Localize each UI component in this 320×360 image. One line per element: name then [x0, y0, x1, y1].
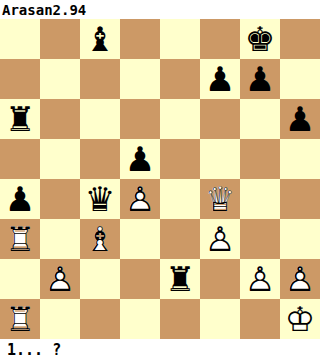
- square-f8[interactable]: [200, 19, 240, 59]
- square-b2[interactable]: ♟♙: [40, 259, 80, 299]
- square-a7[interactable]: [0, 59, 40, 99]
- square-f5[interactable]: [200, 139, 240, 179]
- square-d3[interactable]: [120, 219, 160, 259]
- white-piece-outline: ♙: [40, 259, 80, 299]
- square-e1[interactable]: [160, 299, 200, 339]
- white-queen: ♛♕: [200, 179, 240, 219]
- square-e3[interactable]: [160, 219, 200, 259]
- square-a3[interactable]: ♜♖: [0, 219, 40, 259]
- engine-title: Arasan2.94: [0, 0, 320, 19]
- black-piece-glyph: ♜: [160, 259, 200, 299]
- square-c4[interactable]: ♛: [80, 179, 120, 219]
- square-h3[interactable]: [280, 219, 320, 259]
- square-h4[interactable]: [280, 179, 320, 219]
- square-c5[interactable]: [80, 139, 120, 179]
- square-d4[interactable]: ♟♙: [120, 179, 160, 219]
- square-d7[interactable]: [120, 59, 160, 99]
- white-piece-outline: ♖: [0, 299, 40, 339]
- square-g4[interactable]: [240, 179, 280, 219]
- white-piece-outline: ♗: [80, 219, 120, 259]
- square-h2[interactable]: ♟♙: [280, 259, 320, 299]
- black-piece-glyph: ♜: [0, 99, 40, 139]
- move-prompt: 1... ?: [0, 339, 320, 360]
- square-c2[interactable]: [80, 259, 120, 299]
- square-g8[interactable]: ♚: [240, 19, 280, 59]
- white-piece-outline: ♖: [0, 219, 40, 259]
- white-piece-outline: ♙: [120, 179, 160, 219]
- black-piece-glyph: ♟: [0, 179, 40, 219]
- square-b8[interactable]: [40, 19, 80, 59]
- square-g6[interactable]: [240, 99, 280, 139]
- square-f1[interactable]: [200, 299, 240, 339]
- square-e2[interactable]: ♜: [160, 259, 200, 299]
- white-piece-outline: ♙: [280, 259, 320, 299]
- black-queen: ♛: [80, 179, 120, 219]
- black-piece-glyph: ♟: [120, 139, 160, 179]
- square-d1[interactable]: [120, 299, 160, 339]
- white-king: ♚♔: [280, 299, 320, 339]
- square-e7[interactable]: [160, 59, 200, 99]
- square-e6[interactable]: [160, 99, 200, 139]
- black-rook: ♜: [160, 259, 200, 299]
- white-pawn: ♟♙: [40, 259, 80, 299]
- square-c3[interactable]: ♝♗: [80, 219, 120, 259]
- white-piece-outline: ♔: [280, 299, 320, 339]
- black-piece-glyph: ♚: [240, 19, 280, 59]
- square-a2[interactable]: [0, 259, 40, 299]
- white-rook: ♜♖: [0, 299, 40, 339]
- black-pawn: ♟: [280, 99, 320, 139]
- square-c6[interactable]: [80, 99, 120, 139]
- square-e8[interactable]: [160, 19, 200, 59]
- square-b6[interactable]: [40, 99, 80, 139]
- square-f3[interactable]: ♟♙: [200, 219, 240, 259]
- square-f2[interactable]: [200, 259, 240, 299]
- square-f6[interactable]: [200, 99, 240, 139]
- square-h1[interactable]: ♚♔: [280, 299, 320, 339]
- black-piece-glyph: ♟: [200, 59, 240, 99]
- white-bishop: ♝♗: [80, 219, 120, 259]
- square-f7[interactable]: ♟: [200, 59, 240, 99]
- white-pawn: ♟♙: [240, 259, 280, 299]
- white-piece-outline: ♕: [200, 179, 240, 219]
- white-pawn: ♟♙: [120, 179, 160, 219]
- square-f4[interactable]: ♛♕: [200, 179, 240, 219]
- square-a1[interactable]: ♜♖: [0, 299, 40, 339]
- black-piece-glyph: ♝: [80, 19, 120, 59]
- square-a8[interactable]: [0, 19, 40, 59]
- square-b7[interactable]: [40, 59, 80, 99]
- black-pawn: ♟: [0, 179, 40, 219]
- square-d6[interactable]: [120, 99, 160, 139]
- square-a5[interactable]: [0, 139, 40, 179]
- black-piece-glyph: ♟: [280, 99, 320, 139]
- square-b5[interactable]: [40, 139, 80, 179]
- square-h6[interactable]: ♟: [280, 99, 320, 139]
- square-a4[interactable]: ♟: [0, 179, 40, 219]
- square-h5[interactable]: [280, 139, 320, 179]
- white-piece-outline: ♙: [240, 259, 280, 299]
- square-b1[interactable]: [40, 299, 80, 339]
- square-c1[interactable]: [80, 299, 120, 339]
- black-pawn: ♟: [120, 139, 160, 179]
- square-c7[interactable]: [80, 59, 120, 99]
- square-g3[interactable]: [240, 219, 280, 259]
- white-piece-outline: ♙: [200, 219, 240, 259]
- square-e4[interactable]: [160, 179, 200, 219]
- square-b4[interactable]: [40, 179, 80, 219]
- square-e5[interactable]: [160, 139, 200, 179]
- square-g2[interactable]: ♟♙: [240, 259, 280, 299]
- black-piece-glyph: ♛: [80, 179, 120, 219]
- square-h8[interactable]: [280, 19, 320, 59]
- square-a6[interactable]: ♜: [0, 99, 40, 139]
- square-c8[interactable]: ♝: [80, 19, 120, 59]
- square-g7[interactable]: ♟: [240, 59, 280, 99]
- white-pawn: ♟♙: [200, 219, 240, 259]
- square-d2[interactable]: [120, 259, 160, 299]
- black-pawn: ♟: [240, 59, 280, 99]
- black-bishop: ♝: [80, 19, 120, 59]
- square-d5[interactable]: ♟: [120, 139, 160, 179]
- black-king: ♚: [240, 19, 280, 59]
- black-rook: ♜: [0, 99, 40, 139]
- black-piece-glyph: ♟: [240, 59, 280, 99]
- chess-board: ♝♚♟♟♜♟♟♟♛♟♙♛♕♜♖♝♗♟♙♟♙♜♟♙♟♙♜♖♚♔: [0, 19, 320, 339]
- black-pawn: ♟: [200, 59, 240, 99]
- white-rook: ♜♖: [0, 219, 40, 259]
- square-h7[interactable]: [280, 59, 320, 99]
- square-b3[interactable]: [40, 219, 80, 259]
- white-pawn: ♟♙: [280, 259, 320, 299]
- square-d8[interactable]: [120, 19, 160, 59]
- square-g5[interactable]: [240, 139, 280, 179]
- square-g1[interactable]: [240, 299, 280, 339]
